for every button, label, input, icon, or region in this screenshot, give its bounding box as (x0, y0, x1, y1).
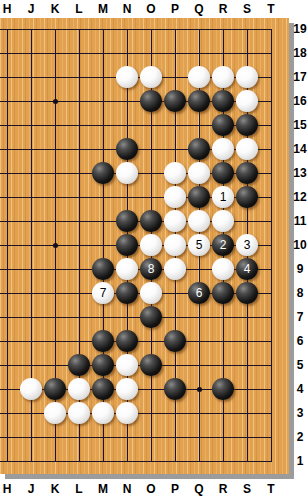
go-stone-black (92, 354, 114, 376)
move-number-label: 3 (244, 238, 251, 252)
go-stone-black (92, 378, 114, 400)
go-board-diagram: HJKLMNOPQRST 15238476 191817161514131211… (0, 0, 308, 500)
go-stone-white (164, 258, 186, 280)
column-label-bottom: O (142, 481, 160, 497)
grid-hline (0, 437, 272, 438)
go-stone-white: 1 (212, 186, 234, 208)
go-stone-black (164, 330, 186, 352)
go-stone-white (116, 378, 138, 400)
row-label: 13 (292, 165, 308, 181)
move-number-label: 4 (244, 262, 251, 276)
go-stone-black: 2 (212, 234, 234, 256)
go-stone-white (212, 210, 234, 232)
go-stone-black (212, 162, 234, 184)
grid-hline (0, 29, 272, 30)
go-stone-black: 8 (140, 258, 162, 280)
column-label-top: H (0, 1, 16, 17)
column-label-top: N (118, 1, 136, 17)
column-label-top: J (22, 1, 40, 17)
go-stone-black (188, 138, 210, 160)
row-label: 3 (292, 405, 308, 421)
column-label-bottom: K (46, 481, 64, 497)
move-number-label: 7 (100, 286, 107, 300)
column-label-top: R (214, 1, 232, 17)
go-stone-black (212, 378, 234, 400)
star-point (53, 243, 58, 248)
move-number-label: 6 (196, 286, 203, 300)
go-stone-black (212, 90, 234, 112)
go-stone-black (68, 354, 90, 376)
go-stone-white (68, 378, 90, 400)
go-stone-black (236, 162, 258, 184)
row-label: 17 (292, 69, 308, 85)
column-label-top: P (166, 1, 184, 17)
go-stone-white (188, 210, 210, 232)
grid-hline (0, 461, 272, 462)
column-label-bottom: Q (190, 481, 208, 497)
go-stone-black (164, 90, 186, 112)
row-label: 10 (292, 237, 308, 253)
row-label: 8 (292, 285, 308, 301)
row-label: 11 (292, 213, 308, 229)
column-label-bottom: N (118, 481, 136, 497)
go-stone-white (164, 186, 186, 208)
go-stone-black (188, 186, 210, 208)
go-stone-white (236, 90, 258, 112)
go-stone-black (236, 186, 258, 208)
go-stone-white (116, 402, 138, 424)
go-stone-black (92, 162, 114, 184)
row-label: 2 (292, 429, 308, 445)
column-label-bottom: P (166, 481, 184, 497)
move-number-label: 8 (148, 262, 155, 276)
row-label: 5 (292, 357, 308, 373)
go-stone-white (116, 258, 138, 280)
go-board[interactable]: 15238476 (0, 18, 289, 474)
row-label: 19 (292, 21, 308, 37)
column-label-bottom: H (0, 481, 16, 497)
column-label-bottom: L (70, 481, 88, 497)
row-label: 12 (292, 189, 308, 205)
go-stone-black: 4 (236, 258, 258, 280)
go-stone-white (140, 282, 162, 304)
go-stone-black (140, 306, 162, 328)
go-stone-white (164, 234, 186, 256)
column-label-top: T (262, 1, 280, 17)
go-stone-white (116, 66, 138, 88)
grid-vline (7, 29, 8, 462)
go-stone-white (92, 402, 114, 424)
column-label-top: K (46, 1, 64, 17)
column-label-bottom: T (262, 481, 280, 497)
go-stone-black (92, 258, 114, 280)
column-label-bottom: M (94, 481, 112, 497)
go-stone-black (212, 282, 234, 304)
column-label-top: L (70, 1, 88, 17)
column-label-top: M (94, 1, 112, 17)
go-stone-white (236, 138, 258, 160)
go-stone-black (212, 114, 234, 136)
go-stone-white: 3 (236, 234, 258, 256)
go-stone-black (236, 114, 258, 136)
column-label-bottom: S (238, 481, 256, 497)
go-stone-white (44, 402, 66, 424)
row-label: 9 (292, 261, 308, 277)
go-stone-black (236, 282, 258, 304)
go-stone-black (140, 210, 162, 232)
go-stone-black (44, 378, 66, 400)
move-number-label: 5 (196, 238, 203, 252)
row-label: 4 (292, 381, 308, 397)
go-stone-white (188, 66, 210, 88)
column-label-bottom: J (22, 481, 40, 497)
star-point (197, 387, 202, 392)
go-stone-white (20, 378, 42, 400)
column-label-top: O (142, 1, 160, 17)
go-stone-black (188, 90, 210, 112)
go-stone-white (164, 162, 186, 184)
go-stone-black (116, 330, 138, 352)
go-stone-white (188, 162, 210, 184)
go-stone-black (116, 282, 138, 304)
go-stone-white (164, 210, 186, 232)
go-stone-white: 5 (188, 234, 210, 256)
row-label: 6 (292, 333, 308, 349)
column-label-bottom: R (214, 481, 232, 497)
move-number-label: 1 (220, 190, 227, 204)
go-stone-black (140, 354, 162, 376)
go-stone-black (140, 90, 162, 112)
row-label: 16 (292, 93, 308, 109)
row-label: 18 (292, 45, 308, 61)
row-label: 1 (292, 453, 308, 469)
go-stone-black (116, 138, 138, 160)
grid-hline (0, 317, 272, 318)
go-stone-black (116, 234, 138, 256)
column-label-top: Q (190, 1, 208, 17)
grid-hline (0, 53, 272, 54)
go-stone-black: 6 (188, 282, 210, 304)
column-label-top: S (238, 1, 256, 17)
go-stone-white (212, 258, 234, 280)
go-stone-white (212, 66, 234, 88)
go-stone-white (236, 66, 258, 88)
go-stone-white (116, 354, 138, 376)
go-stone-white (68, 402, 90, 424)
grid-vline (271, 29, 272, 462)
go-stone-white (212, 138, 234, 160)
go-stone-black (92, 330, 114, 352)
go-stone-white: 7 (92, 282, 114, 304)
row-label: 14 (292, 141, 308, 157)
go-stone-black (116, 210, 138, 232)
go-stone-white (140, 234, 162, 256)
go-stone-white (116, 162, 138, 184)
star-point (53, 99, 58, 104)
move-number-label: 2 (220, 238, 227, 252)
row-label: 15 (292, 117, 308, 133)
go-stone-black (164, 378, 186, 400)
go-stone-white (140, 66, 162, 88)
row-label: 7 (292, 309, 308, 325)
